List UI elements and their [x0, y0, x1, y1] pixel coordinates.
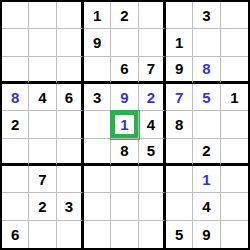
- sudoku-board: 123916798846392751214885271234659: [0, 0, 250, 250]
- cell-r7c7[interactable]: [166, 166, 193, 193]
- cell-r6c2[interactable]: [29, 139, 56, 166]
- cell-r4c9[interactable]: 1: [221, 84, 248, 111]
- cell-r1c9[interactable]: [221, 2, 248, 29]
- cell-r2c4[interactable]: 9: [84, 29, 111, 56]
- cell-r6c1[interactable]: [2, 139, 29, 166]
- cell-r4c2[interactable]: 4: [29, 84, 56, 111]
- cell-r8c3[interactable]: 3: [57, 193, 84, 220]
- cell-r8c2[interactable]: 2: [29, 193, 56, 220]
- cell-r5c2[interactable]: [29, 111, 56, 138]
- cell-r6c6[interactable]: 5: [139, 139, 166, 166]
- cell-r3c1[interactable]: [2, 57, 29, 84]
- cell-r1c7[interactable]: [166, 2, 193, 29]
- cell-r9c3[interactable]: [57, 221, 84, 248]
- cell-r9c1[interactable]: 6: [2, 221, 29, 248]
- cell-r5c1[interactable]: 2: [2, 111, 29, 138]
- cell-r1c5[interactable]: 2: [111, 2, 138, 29]
- cell-r6c9[interactable]: [221, 139, 248, 166]
- cell-r9c7[interactable]: 5: [166, 221, 193, 248]
- cell-r6c3[interactable]: [57, 139, 84, 166]
- cell-r5c3[interactable]: [57, 111, 84, 138]
- cell-r7c9[interactable]: [221, 166, 248, 193]
- cell-r4c5[interactable]: 9: [111, 84, 138, 111]
- cell-r8c8[interactable]: 4: [193, 193, 220, 220]
- cell-r3c7[interactable]: 9: [166, 57, 193, 84]
- cell-r8c1[interactable]: [2, 193, 29, 220]
- cell-r3c2[interactable]: [29, 57, 56, 84]
- cell-r4c7[interactable]: 7: [166, 84, 193, 111]
- cell-r7c5[interactable]: [111, 166, 138, 193]
- cell-r8c4[interactable]: [84, 193, 111, 220]
- cell-r3c9[interactable]: [221, 57, 248, 84]
- cell-r5c8[interactable]: [193, 111, 220, 138]
- cell-r9c6[interactable]: [139, 221, 166, 248]
- cell-r8c7[interactable]: [166, 193, 193, 220]
- cell-r1c1[interactable]: [2, 2, 29, 29]
- cell-r2c8[interactable]: [193, 29, 220, 56]
- cell-r2c2[interactable]: [29, 29, 56, 56]
- cell-r4c8[interactable]: 5: [193, 84, 220, 111]
- cell-r2c6[interactable]: [139, 29, 166, 56]
- cell-r1c4[interactable]: 1: [84, 2, 111, 29]
- cell-r7c8[interactable]: 1: [193, 166, 220, 193]
- cell-r3c4[interactable]: [84, 57, 111, 84]
- cell-r3c5[interactable]: 6: [111, 57, 138, 84]
- cell-r8c9[interactable]: [221, 193, 248, 220]
- cell-r2c9[interactable]: [221, 29, 248, 56]
- cell-r9c4[interactable]: [84, 221, 111, 248]
- cell-r8c5[interactable]: [111, 193, 138, 220]
- cell-r6c5[interactable]: 8: [111, 139, 138, 166]
- cell-r2c1[interactable]: [2, 29, 29, 56]
- cell-r1c8[interactable]: 3: [193, 2, 220, 29]
- cell-r5c4[interactable]: [84, 111, 111, 138]
- cell-r9c9[interactable]: [221, 221, 248, 248]
- cell-r1c2[interactable]: [29, 2, 56, 29]
- cell-r5c6[interactable]: 4: [139, 111, 166, 138]
- cell-r9c5[interactable]: [111, 221, 138, 248]
- cell-r5c7[interactable]: 8: [166, 111, 193, 138]
- cell-r2c7[interactable]: 1: [166, 29, 193, 56]
- cell-r3c6[interactable]: 7: [139, 57, 166, 84]
- cell-r7c4[interactable]: [84, 166, 111, 193]
- cell-r3c8[interactable]: 8: [193, 57, 220, 84]
- cell-r7c2[interactable]: 7: [29, 166, 56, 193]
- cell-r9c2[interactable]: [29, 221, 56, 248]
- cell-r8c6[interactable]: [139, 193, 166, 220]
- cell-r2c5[interactable]: [111, 29, 138, 56]
- cell-r4c3[interactable]: 6: [57, 84, 84, 111]
- cell-r2c3[interactable]: [57, 29, 84, 56]
- cell-r3c3[interactable]: [57, 57, 84, 84]
- cell-r7c6[interactable]: [139, 166, 166, 193]
- cell-r6c4[interactable]: [84, 139, 111, 166]
- cell-r7c1[interactable]: [2, 166, 29, 193]
- cell-r7c3[interactable]: [57, 166, 84, 193]
- cell-r4c1[interactable]: 8: [2, 84, 29, 111]
- cell-r4c4[interactable]: 3: [84, 84, 111, 111]
- cell-r1c6[interactable]: [139, 2, 166, 29]
- cell-r6c7[interactable]: [166, 139, 193, 166]
- cell-r6c8[interactable]: 2: [193, 139, 220, 166]
- cell-r9c8[interactable]: 9: [193, 221, 220, 248]
- cell-r5c5[interactable]: 1: [111, 111, 138, 138]
- cell-r1c3[interactable]: [57, 2, 84, 29]
- cell-r5c9[interactable]: [221, 111, 248, 138]
- cell-r4c6[interactable]: 2: [139, 84, 166, 111]
